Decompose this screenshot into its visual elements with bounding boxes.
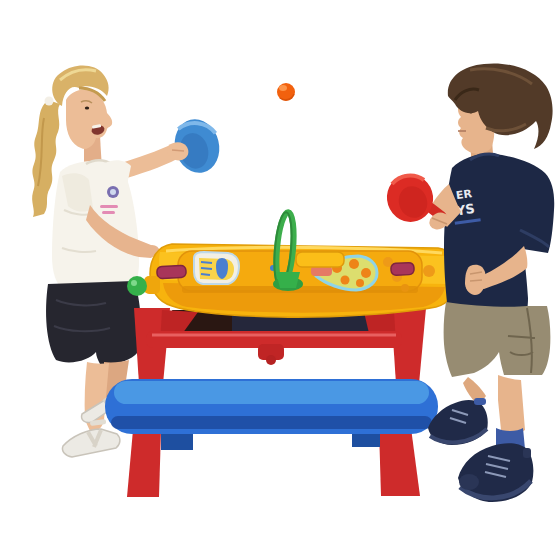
product-photo-kids-pingpong-table: ER YS	[0, 0, 555, 555]
pingpong-ball	[277, 83, 295, 101]
girl-shorts	[46, 281, 141, 365]
slot-bar-right	[391, 262, 415, 275]
left-decal-shield	[194, 252, 239, 284]
bench-bottom-shade	[111, 416, 432, 429]
boy-calf-standing	[498, 375, 525, 434]
scene-illustration: ER YS	[0, 0, 555, 555]
surface-dimple	[401, 284, 409, 292]
girl-eye	[85, 106, 89, 109]
tshirt-print-2	[102, 211, 115, 214]
boy-shoe-standing	[458, 443, 533, 502]
bench-top-highlight	[114, 381, 429, 404]
tshirt-print-1	[100, 205, 118, 208]
crossbar-knob-bump	[266, 355, 276, 365]
boy-tshirt	[444, 154, 554, 314]
table-leg-left-lower	[127, 430, 161, 497]
girl-face	[66, 90, 112, 149]
tabletop	[127, 211, 458, 317]
shirt-text-line1: ER	[455, 187, 473, 202]
green-knob-highlight	[131, 280, 137, 286]
green-knob	[127, 276, 147, 296]
surface-dimple	[423, 265, 435, 277]
slot-bar-left	[157, 265, 187, 279]
under-table-blue-hint	[232, 316, 382, 331]
girl-sandal-flat	[62, 419, 119, 457]
tshirt-logo-inner	[110, 189, 116, 195]
front-bench	[105, 379, 438, 434]
boy-shorts	[444, 302, 551, 377]
hair-scrunchie	[45, 97, 54, 106]
table-leg-right-lower	[379, 428, 420, 496]
finger-line	[172, 150, 184, 151]
yellow-ledge	[296, 252, 344, 267]
